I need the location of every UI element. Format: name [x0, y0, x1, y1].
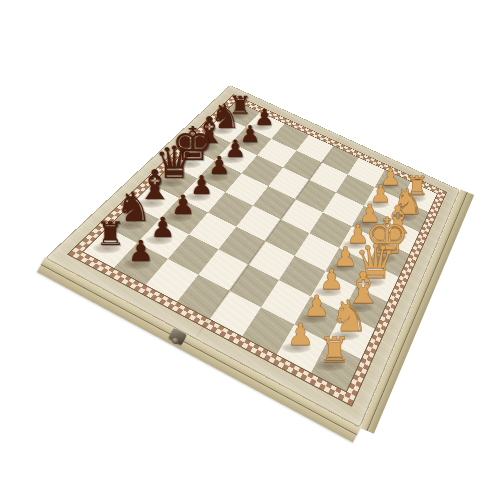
product-photo-stage: ♜♞♝♛♚♝♞♜♟♟♟♟♟♟♟♟♟♟♟♟♟♟♟♟♜♞♝♛♚♝♞♜ — [0, 0, 500, 500]
clasp-knob-icon — [171, 337, 180, 346]
